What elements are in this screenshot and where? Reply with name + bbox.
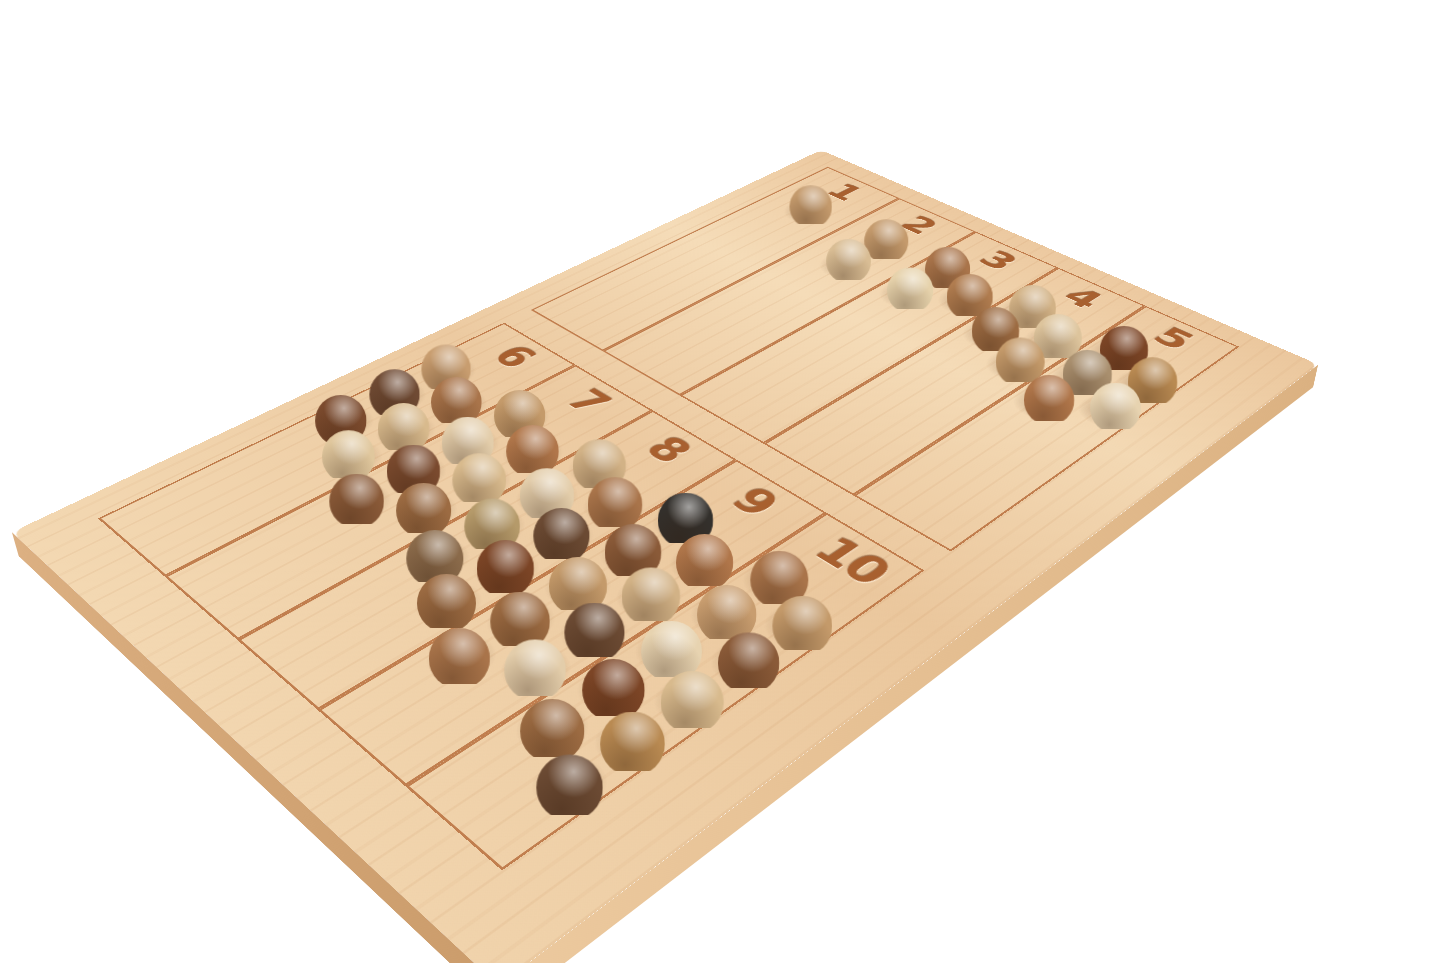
ball-track1-1[interactable] [780,195,839,223]
wooden-ball-face [537,755,604,822]
wooden-ball-face [329,474,384,529]
ball-track2-1[interactable] [815,248,878,279]
wooden-ball-face [887,268,933,314]
wooden-ball-face [789,185,832,228]
wooden-ball-face [417,574,476,633]
engraved-number-4: 4 [1048,280,1117,316]
engraved-number-6: 6 [478,337,550,376]
wooden-ball-face [826,239,871,284]
scene: 678910 12345 [0,0,1445,963]
ball-track5-1[interactable] [1009,381,1079,421]
wooden-ball-face [477,540,535,598]
board-face: 678910 12345 [12,150,1318,963]
wooden-ball-face [533,508,589,564]
ball-track3-1[interactable] [875,276,939,309]
ball-line [780,195,839,223]
wooden-ball-face [601,712,666,777]
wooden-ball-face [773,596,833,656]
wooden-ball-face [396,483,451,538]
wooden-ball-face [718,633,779,694]
wooden-ball-face [429,628,490,689]
counting-board: 678910 12345 [12,150,1318,963]
wooden-ball-face [1024,375,1075,426]
wooden-ball-face [661,671,724,734]
wooden-ball-face [1090,383,1141,434]
engraved-number-9: 9 [714,477,795,527]
ball-track6-6[interactable] [425,382,496,422]
wooden-ball-face [504,640,566,702]
wooden-ball-face [676,534,733,591]
ball-track7-7[interactable] [499,429,572,472]
engraved-number-10: 10 [806,532,891,586]
